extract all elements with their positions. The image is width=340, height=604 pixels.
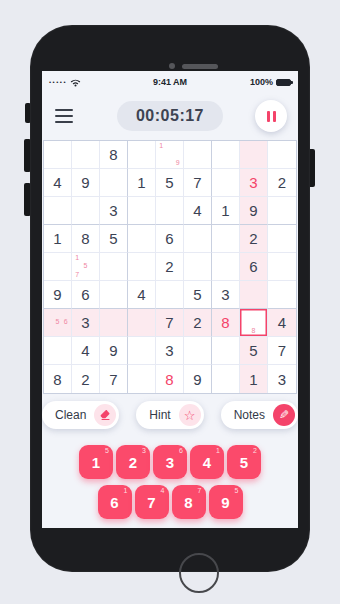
numpad-digit: 5 [240, 454, 248, 471]
cell-value: 2 [249, 230, 257, 247]
numpad-digit: 2 [129, 454, 137, 471]
cell-value: 3 [165, 342, 173, 359]
cell-r8c9[interactable]: 7 [268, 337, 296, 365]
notes-button[interactable]: Notes ✎ [221, 401, 298, 429]
numpad-digit: 8 [184, 494, 192, 511]
cell-r1c1[interactable] [44, 141, 72, 169]
hint-button-label: Hint [149, 408, 170, 422]
cell-r2c2[interactable]: 9 [72, 169, 100, 197]
cell-r2c6[interactable]: 7 [184, 169, 212, 197]
numpad-button-1[interactable]: 15 [79, 445, 113, 479]
cell-r9c9[interactable]: 3 [268, 365, 296, 393]
cell-r4c6[interactable] [184, 225, 212, 253]
home-button[interactable] [179, 553, 219, 593]
numpad-button-3[interactable]: 36 [153, 445, 187, 479]
cell-r1c8[interactable] [240, 141, 268, 169]
numpad-digit: 7 [147, 494, 155, 511]
numpad-button-9[interactable]: 95 [209, 485, 243, 519]
cell-r2c3[interactable] [100, 169, 128, 197]
cell-r5c7[interactable] [212, 253, 240, 281]
numpad-button-7[interactable]: 74 [135, 485, 169, 519]
cell-r9c5[interactable]: 8 [156, 365, 184, 393]
cell-value: 9 [249, 202, 257, 219]
cell-value: 8 [53, 371, 61, 388]
star-icon: ☆ [179, 404, 201, 426]
cell-value: 2 [193, 314, 201, 331]
cell-r3c9[interactable] [268, 197, 296, 225]
cell-r9c6[interactable]: 9 [184, 365, 212, 393]
cell-value: 3 [221, 286, 229, 303]
numpad-digit: 4 [203, 454, 211, 471]
cell-r1c7[interactable] [212, 141, 240, 169]
cell-value: 4 [53, 174, 61, 191]
cell-r8c3[interactable]: 9 [100, 337, 128, 365]
cell-r5c9[interactable] [268, 253, 296, 281]
cell-value: 4 [137, 286, 145, 303]
numpad-remaining-count: 5 [235, 487, 239, 494]
cell-r5c8[interactable]: 6 [240, 253, 268, 281]
pencil-icon: ✎ [273, 404, 295, 426]
cell-r6c3[interactable] [100, 281, 128, 309]
cell-value: 7 [109, 371, 117, 388]
cell-value: 6 [81, 286, 89, 303]
cell-r1c3[interactable]: 8 [100, 141, 128, 169]
cell-r4c9[interactable] [268, 225, 296, 253]
cell-value: 7 [165, 314, 173, 331]
numpad-remaining-count: 4 [161, 487, 165, 494]
cell-r4c1[interactable]: 1 [44, 225, 72, 253]
pause-button[interactable] [255, 100, 287, 132]
cell-value: 9 [109, 342, 117, 359]
numpad-row-2: 61748795 [42, 485, 298, 519]
cell-r7c2[interactable]: 3 [72, 309, 100, 337]
cell-r2c1[interactable]: 4 [44, 169, 72, 197]
cell-value: 9 [193, 371, 201, 388]
cell-value: 5 [193, 286, 201, 303]
cell-r6c2[interactable]: 6 [72, 281, 100, 309]
pause-icon [273, 111, 276, 122]
cell-r1c6[interactable] [184, 141, 212, 169]
cell-value: 8 [221, 314, 229, 331]
cell-value: 9 [81, 174, 89, 191]
cell-r5c6[interactable] [184, 253, 212, 281]
numpad-digit: 1 [92, 454, 100, 471]
cell-r2c5[interactable]: 5 [156, 169, 184, 197]
cell-value: 2 [278, 174, 286, 191]
cell-r2c8[interactable]: 3 [240, 169, 268, 197]
numpad-digit: 9 [221, 494, 229, 511]
cell-r3c2[interactable] [72, 197, 100, 225]
eraser-icon [94, 404, 116, 426]
cell-r7c9[interactable]: 4 [268, 309, 296, 337]
cell-value: 4 [278, 314, 286, 331]
cell-r5c3[interactable] [100, 253, 128, 281]
cell-value: 4 [81, 342, 89, 359]
cell-r6c8[interactable] [240, 281, 268, 309]
cell-r4c3[interactable]: 5 [100, 225, 128, 253]
cell-value: 6 [165, 230, 173, 247]
app-screen: ••••• 9:41 AM 100% 00:05:17 819 [42, 71, 298, 528]
cell-r5c1[interactable] [44, 253, 72, 281]
cell-r6c1[interactable]: 9 [44, 281, 72, 309]
cell-r7c1[interactable]: 56 [44, 309, 72, 337]
cell-value: 3 [278, 371, 286, 388]
cell-r7c6[interactable]: 2 [184, 309, 212, 337]
cell-r4c8[interactable]: 2 [240, 225, 268, 253]
cell-r9c2[interactable]: 2 [72, 365, 100, 393]
cell-value: 5 [109, 230, 117, 247]
cell-value: 4 [193, 202, 201, 219]
cell-value: 7 [278, 342, 286, 359]
pause-icon [267, 111, 270, 122]
cell-r2c4[interactable]: 1 [128, 169, 156, 197]
cell-r4c7[interactable] [212, 225, 240, 253]
numpad-remaining-count: 3 [142, 447, 146, 454]
cell-r9c8[interactable]: 1 [240, 365, 268, 393]
cell-r3c6[interactable]: 4 [184, 197, 212, 225]
notes-button-label: Notes [234, 408, 265, 422]
numpad-button-6[interactable]: 61 [98, 485, 132, 519]
game-header: 00:05:17 [42, 97, 298, 137]
cell-value: 8 [81, 230, 89, 247]
cell-r1c5[interactable]: 19 [156, 141, 184, 169]
cell-value: 2 [165, 258, 173, 275]
hamburger-menu-icon[interactable] [55, 109, 73, 127]
status-time: 9:41 AM [42, 77, 298, 87]
pencil-notes: 157 [73, 254, 98, 279]
cell-value: 8 [165, 371, 173, 388]
cell-r2c7[interactable] [212, 169, 240, 197]
cell-r3c3[interactable]: 3 [100, 197, 128, 225]
cell-r1c9[interactable] [268, 141, 296, 169]
cell-r6c6[interactable]: 5 [184, 281, 212, 309]
cell-r4c5[interactable]: 6 [156, 225, 184, 253]
cell-r4c2[interactable]: 8 [72, 225, 100, 253]
cell-value: 3 [81, 314, 89, 331]
action-bar: Clean Hint ☆ Notes ✎ [42, 401, 298, 429]
cell-r6c9[interactable] [268, 281, 296, 309]
app-screenshot: ••••• 9:41 AM 100% 00:05:17 819 [0, 0, 340, 604]
cell-value: 5 [249, 342, 257, 359]
cell-r5c4[interactable] [128, 253, 156, 281]
numpad-remaining-count: 6 [179, 447, 183, 454]
cell-r2c9[interactable]: 2 [268, 169, 296, 197]
numpad-remaining-count: 5 [105, 447, 109, 454]
cell-r8c7[interactable] [212, 337, 240, 365]
cell-value: 5 [165, 174, 173, 191]
cell-r7c7[interactable]: 8 [212, 309, 240, 337]
cell-r5c2[interactable]: 157 [72, 253, 100, 281]
cell-r7c8[interactable]: 8 [240, 309, 268, 337]
numpad-remaining-count: 7 [198, 487, 202, 494]
cell-r4c4[interactable] [128, 225, 156, 253]
battery-icon [276, 79, 291, 86]
numpad-digit: 6 [110, 494, 118, 511]
cell-r8c8[interactable]: 5 [240, 337, 268, 365]
cell-value: 1 [53, 230, 61, 247]
status-bar: ••••• 9:41 AM 100% [42, 71, 298, 89]
hint-button[interactable]: Hint ☆ [136, 401, 203, 429]
cell-value: 1 [221, 202, 229, 219]
cell-r9c3[interactable]: 7 [100, 365, 128, 393]
pencil-notes: 19 [157, 142, 182, 167]
cell-r3c5[interactable] [156, 197, 184, 225]
cell-r9c1[interactable]: 8 [44, 365, 72, 393]
cell-r3c1[interactable] [44, 197, 72, 225]
cell-value: 9 [53, 286, 61, 303]
cell-r8c2[interactable]: 4 [72, 337, 100, 365]
cell-value: 1 [249, 371, 257, 388]
cell-r8c4[interactable] [128, 337, 156, 365]
cell-r3c7[interactable]: 1 [212, 197, 240, 225]
cell-value: 6 [249, 258, 257, 275]
cell-r8c6[interactable] [184, 337, 212, 365]
cell-r6c4[interactable]: 4 [128, 281, 156, 309]
numpad-button-4[interactable]: 41 [190, 445, 224, 479]
cell-r1c4[interactable] [128, 141, 156, 169]
cell-r5c5[interactable]: 2 [156, 253, 184, 281]
cell-r6c5[interactable] [156, 281, 184, 309]
numpad-remaining-count: 2 [253, 447, 257, 454]
cell-r9c4[interactable] [128, 365, 156, 393]
cell-value: 3 [109, 202, 117, 219]
cell-r3c8[interactable]: 9 [240, 197, 268, 225]
sudoku-grid: 8194915732341918562157269645356372884493… [43, 140, 297, 394]
cell-value: 7 [193, 174, 201, 191]
numpad-button-2[interactable]: 23 [116, 445, 150, 479]
clean-button[interactable]: Clean [42, 401, 119, 429]
cell-r6c7[interactable]: 3 [212, 281, 240, 309]
pencil-notes: 8 [241, 310, 266, 335]
cell-value: 2 [81, 371, 89, 388]
front-camera-icon [169, 63, 175, 69]
cell-r8c5[interactable]: 3 [156, 337, 184, 365]
numpad-digit: 3 [166, 454, 174, 471]
game-timer: 00:05:17 [117, 101, 223, 131]
earpiece-speaker [182, 64, 218, 69]
cell-r8c1[interactable] [44, 337, 72, 365]
numpad-remaining-count: 1 [124, 487, 128, 494]
cell-value: 1 [137, 174, 145, 191]
pencil-notes: 56 [45, 310, 70, 335]
cell-r7c5[interactable]: 7 [156, 309, 184, 337]
cell-value: 8 [109, 146, 117, 163]
cell-r7c4[interactable] [128, 309, 156, 337]
cell-r1c2[interactable] [72, 141, 100, 169]
numpad-button-5[interactable]: 52 [227, 445, 261, 479]
numpad-row-1: 1523364152 [42, 445, 298, 479]
cell-r9c7[interactable] [212, 365, 240, 393]
numpad-remaining-count: 1 [216, 447, 220, 454]
clean-button-label: Clean [55, 408, 86, 422]
numpad-button-8[interactable]: 87 [172, 485, 206, 519]
cell-value: 3 [249, 174, 257, 191]
cell-r7c3[interactable] [100, 309, 128, 337]
cell-r3c4[interactable] [128, 197, 156, 225]
